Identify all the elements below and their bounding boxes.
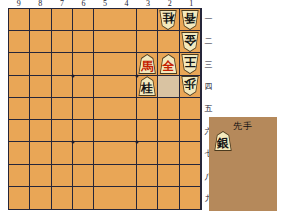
square-4-9[interactable] (116, 187, 137, 209)
square-6-6[interactable] (73, 120, 94, 142)
square-1-7[interactable] (180, 142, 201, 164)
square-9-8[interactable] (9, 165, 30, 187)
piece-kanji: 桂 (138, 76, 156, 96)
square-8-3[interactable] (30, 53, 51, 75)
square-2-9[interactable] (158, 187, 179, 209)
square-2-2[interactable] (158, 31, 179, 53)
square-6-4[interactable] (73, 76, 94, 98)
piece-kanji: 香 (181, 10, 199, 30)
piece-kanji: 金 (181, 32, 199, 52)
rank-label: 四 (203, 75, 214, 97)
square-4-7[interactable] (116, 142, 137, 164)
square-8-2[interactable] (30, 31, 51, 53)
square-4-6[interactable] (116, 120, 137, 142)
square-5-2[interactable] (94, 31, 115, 53)
shogi-piece-sente[interactable]: 馬 (138, 54, 156, 74)
square-1-2[interactable]: 金 (180, 31, 201, 53)
square-5-9[interactable] (94, 187, 115, 209)
square-7-9[interactable] (52, 187, 73, 209)
file-label: 3 (137, 0, 159, 8)
square-7-1[interactable] (52, 9, 73, 31)
square-3-1[interactable] (137, 9, 158, 31)
shogi-piece-gote[interactable]: 香 (181, 10, 199, 30)
square-3-3[interactable]: 馬 (137, 53, 158, 75)
shogi-diagram: 987654321 桂香金馬全王桂歩 一二三四五六七八九 先手 銀 (0, 0, 300, 218)
square-5-4[interactable] (94, 76, 115, 98)
square-4-2[interactable] (116, 31, 137, 53)
square-5-7[interactable] (94, 142, 115, 164)
file-label: 7 (51, 0, 73, 8)
square-7-6[interactable] (52, 120, 73, 142)
square-3-5[interactable] (137, 98, 158, 120)
square-3-8[interactable] (137, 165, 158, 187)
hoshi-dot (71, 74, 74, 77)
square-8-7[interactable] (30, 142, 51, 164)
square-1-5[interactable] (180, 98, 201, 120)
square-9-3[interactable] (9, 53, 30, 75)
square-3-4[interactable]: 桂 (137, 76, 158, 98)
file-label: 4 (116, 0, 138, 8)
square-9-2[interactable] (9, 31, 30, 53)
square-3-7[interactable] (137, 142, 158, 164)
square-9-7[interactable] (9, 142, 30, 164)
square-8-4[interactable] (30, 76, 51, 98)
rank-label: 一 (203, 8, 214, 30)
square-1-8[interactable] (180, 165, 201, 187)
shogi-board: 桂香金馬全王桂歩 (8, 8, 202, 210)
square-5-3[interactable] (94, 53, 115, 75)
square-4-8[interactable] (116, 165, 137, 187)
piece-kanji: 桂 (159, 10, 177, 30)
square-8-9[interactable] (30, 187, 51, 209)
square-2-6[interactable] (158, 120, 179, 142)
square-6-1[interactable] (73, 9, 94, 31)
file-labels: 987654321 (8, 0, 202, 8)
shogi-piece-gote[interactable]: 王 (181, 54, 199, 74)
shogi-piece-sente[interactable]: 桂 (138, 76, 156, 96)
shogi-piece-sente[interactable]: 全 (159, 54, 177, 74)
file-label: 6 (73, 0, 95, 8)
piece-kanji: 歩 (181, 76, 199, 96)
square-5-1[interactable] (94, 9, 115, 31)
square-1-9[interactable] (180, 187, 201, 209)
hand-panel: 先手 銀 (209, 117, 277, 211)
square-8-8[interactable] (30, 165, 51, 187)
square-9-9[interactable] (9, 187, 30, 209)
square-3-2[interactable] (137, 31, 158, 53)
shogi-piece-gote[interactable]: 桂 (159, 10, 177, 30)
file-label: 2 (159, 0, 181, 8)
square-8-1[interactable] (30, 9, 51, 31)
square-2-1[interactable]: 桂 (158, 9, 179, 31)
square-4-5[interactable] (116, 98, 137, 120)
hand-pieces: 銀 (214, 131, 232, 151)
square-6-3[interactable] (73, 53, 94, 75)
piece-kanji: 銀 (214, 131, 232, 151)
square-3-9[interactable] (137, 187, 158, 209)
square-7-2[interactable] (52, 31, 73, 53)
square-9-4[interactable] (9, 76, 30, 98)
rank-label: 二 (203, 30, 214, 52)
square-2-7[interactable] (158, 142, 179, 164)
square-7-5[interactable] (52, 98, 73, 120)
square-2-8[interactable] (158, 165, 179, 187)
square-6-5[interactable] (73, 98, 94, 120)
shogi-piece-gote[interactable]: 金 (181, 32, 199, 52)
square-8-5[interactable] (30, 98, 51, 120)
file-label: 1 (180, 0, 202, 8)
square-7-4[interactable] (52, 76, 73, 98)
square-5-8[interactable] (94, 165, 115, 187)
file-label: 8 (30, 0, 52, 8)
square-6-9[interactable] (73, 187, 94, 209)
file-label: 9 (8, 0, 30, 8)
square-2-4[interactable] (158, 76, 179, 98)
square-1-1[interactable]: 香 (180, 9, 201, 31)
hoshi-dot (71, 141, 74, 144)
shogi-piece-gote[interactable]: 歩 (181, 76, 199, 96)
square-9-1[interactable] (9, 9, 30, 31)
square-1-3[interactable]: 王 (180, 53, 201, 75)
square-2-3[interactable]: 全 (158, 53, 179, 75)
square-5-6[interactable] (94, 120, 115, 142)
square-7-3[interactable] (52, 53, 73, 75)
square-2-5[interactable] (158, 98, 179, 120)
square-4-4[interactable] (116, 76, 137, 98)
square-3-6[interactable] (137, 120, 158, 142)
square-7-8[interactable] (52, 165, 73, 187)
shogi-piece-sente[interactable]: 銀 (214, 131, 232, 151)
square-9-5[interactable] (9, 98, 30, 120)
square-1-4[interactable]: 歩 (180, 76, 201, 98)
square-8-6[interactable] (30, 120, 51, 142)
file-label: 5 (94, 0, 116, 8)
piece-kanji: 王 (181, 54, 199, 74)
square-5-5[interactable] (94, 98, 115, 120)
rank-label: 三 (203, 53, 214, 75)
square-1-6[interactable] (180, 120, 201, 142)
square-6-7[interactable] (73, 142, 94, 164)
square-6-2[interactable] (73, 31, 94, 53)
square-9-6[interactable] (9, 120, 30, 142)
square-4-3[interactable] (116, 53, 137, 75)
piece-kanji: 全 (159, 54, 177, 74)
square-6-8[interactable] (73, 165, 94, 187)
hoshi-dot (136, 141, 139, 144)
piece-kanji: 馬 (138, 54, 156, 74)
square-4-1[interactable] (116, 9, 137, 31)
square-7-7[interactable] (52, 142, 73, 164)
